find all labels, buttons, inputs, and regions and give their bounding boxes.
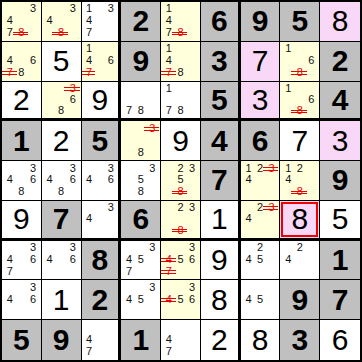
given-digit: 9 (132, 46, 149, 76)
candidate-2: 2 (254, 162, 266, 174)
candidate-7-eliminated: 7 (163, 266, 175, 278)
cell-r6c3[interactable]: 34 (82, 201, 122, 241)
cell-r8c9[interactable]: 7 (320, 280, 360, 320)
cell-r1c6[interactable]: 6 (201, 2, 241, 42)
cell-r2c7[interactable]: 7 (241, 42, 281, 82)
given-digit: 9 (332, 165, 349, 195)
given-digit: 4 (211, 126, 228, 156)
candidate-3: 3 (67, 3, 79, 15)
candidate-4: 4 (44, 15, 56, 27)
given-digit: 5 (291, 6, 308, 36)
candidate-8-eliminated: 8 (175, 224, 187, 235)
candidate-2: 2 (254, 242, 266, 254)
cell-r6c2[interactable]: 7 (42, 201, 82, 241)
cell-r5c8[interactable]: 1248 (280, 161, 320, 201)
candidate-4: 4 (84, 174, 95, 186)
candidate-1: 1 (243, 162, 255, 174)
candidate-3-eliminated: 3 (266, 202, 278, 213)
given-digit: 1 (332, 245, 349, 275)
candidate-3: 3 (147, 242, 159, 254)
candidate-3: 3 (105, 3, 116, 15)
given-digit: 5 (13, 325, 30, 355)
candidate-4-eliminated: 4 (163, 254, 175, 266)
candidate-8-eliminated: 8 (175, 186, 187, 198)
cell-r8c8[interactable]: 9 (280, 280, 320, 320)
candidate-4: 4 (163, 55, 175, 67)
candidate-3: 3 (105, 162, 116, 174)
candidate-8: 8 (135, 105, 147, 116)
candidate-4: 4 (243, 254, 255, 266)
candidate-1: 1 (163, 43, 175, 55)
cell-r5c3[interactable]: 346 (82, 161, 122, 201)
candidate-4: 4 (243, 293, 255, 305)
candidate-8: 8 (55, 105, 67, 116)
candidate-4-eliminated: 4 (163, 293, 175, 305)
candidate-7: 7 (163, 105, 175, 116)
solved-digit: 1 (53, 285, 70, 315)
given-digit: 9 (53, 325, 70, 355)
solved-digit: 1 (211, 204, 228, 234)
cell-r3c2[interactable]: 368 (42, 82, 82, 122)
candidate-4: 4 (4, 293, 16, 305)
candidate-8: 8 (16, 67, 28, 79)
cell-r4c9[interactable]: 3 (320, 121, 360, 161)
candidate-4: 4 (163, 15, 175, 27)
cell-r1c3[interactable]: 1347 (82, 2, 122, 42)
given-digit: 8 (92, 245, 109, 275)
cell-r3c6[interactable]: 5 (201, 82, 241, 122)
candidate-5: 5 (135, 174, 147, 186)
candidate-2: 2 (294, 162, 306, 174)
cell-r5c1[interactable]: 3468 (2, 161, 42, 201)
candidate-1: 1 (163, 3, 175, 15)
candidate-5: 5 (135, 254, 147, 266)
cell-r9c2[interactable]: 9 (42, 320, 82, 360)
candidate-5: 5 (175, 174, 187, 186)
given-digit: 4 (332, 85, 349, 115)
cell-r7c8[interactable]: 24 (280, 241, 320, 281)
candidate-7: 7 (163, 27, 175, 39)
candidate-6: 6 (105, 55, 116, 67)
cell-r3c4[interactable]: 78 (121, 82, 161, 122)
cell-r8c1[interactable]: 346 (2, 280, 42, 320)
candidate-6: 6 (27, 254, 39, 266)
candidate-4: 4 (282, 254, 294, 266)
solved-digit: 6 (332, 325, 349, 355)
candidate-2: 2 (294, 242, 306, 254)
solved-digit: 5 (332, 204, 349, 234)
given-digit: 1 (13, 126, 30, 156)
candidate-4: 4 (4, 55, 16, 67)
candidate-6: 6 (186, 254, 198, 266)
cell-r4c1[interactable]: 1 (2, 121, 42, 161)
cell-r8c5[interactable]: 3456 (161, 280, 201, 320)
cell-r6c9[interactable]: 5 (320, 201, 360, 241)
cell-r2c4[interactable]: 9 (121, 42, 161, 82)
candidate-3: 3 (186, 281, 198, 293)
cell-r4c3[interactable]: 5 (82, 121, 122, 161)
candidate-2: 2 (254, 202, 266, 213)
candidate-5: 5 (135, 293, 147, 305)
cell-r7c5[interactable]: 34567 (161, 241, 201, 281)
candidate-8-eliminated: 8 (16, 27, 28, 39)
candidate-6: 6 (105, 174, 116, 186)
solved-digit: 2 (211, 325, 228, 355)
cell-r7c3[interactable]: 8 (82, 241, 122, 281)
cell-r4c6[interactable]: 4 (201, 121, 241, 161)
cell-r1c2[interactable]: 348 (42, 2, 82, 42)
solved-digit: 9 (13, 204, 30, 234)
cell-r6c4[interactable]: 6 (121, 201, 161, 241)
candidate-4: 4 (84, 333, 95, 345)
candidate-1: 1 (84, 3, 95, 15)
solved-digit: 3 (252, 85, 269, 115)
cell-r4c5[interactable]: 9 (161, 121, 201, 161)
cell-r4c7[interactable]: 6 (241, 121, 281, 161)
cell-r4c8[interactable]: 7 (280, 121, 320, 161)
candidate-4: 4 (4, 254, 16, 266)
cell-r2c8[interactable]: 168 (280, 42, 320, 82)
candidate-5: 5 (175, 254, 187, 266)
candidate-4: 4 (123, 254, 135, 266)
cell-r4c4[interactable]: 38 (121, 121, 161, 161)
candidate-1: 1 (163, 83, 175, 94)
candidate-6: 6 (27, 55, 39, 67)
given-digit: 5 (211, 85, 228, 115)
solved-digit: 5 (53, 46, 70, 76)
cell-r6c7[interactable]: 234 (241, 201, 281, 241)
candidate-3: 3 (186, 202, 198, 213)
cell-r1c5[interactable]: 1478 (161, 2, 201, 42)
cell-r6c8[interactable]: 8 (280, 201, 320, 241)
cell-r7c9[interactable]: 1 (320, 241, 360, 281)
cell-r9c9[interactable]: 6 (320, 320, 360, 360)
cell-r1c1[interactable]: 3478 (2, 2, 42, 42)
candidate-8-eliminated: 8 (175, 27, 187, 39)
candidate-8: 8 (55, 186, 67, 198)
candidate-3: 3 (186, 242, 198, 254)
candidate-7: 7 (163, 346, 175, 358)
solved-digit: 8 (252, 325, 269, 355)
candidate-6: 6 (306, 55, 318, 67)
candidate-4: 4 (44, 174, 56, 186)
cell-r9c3[interactable]: 47 (82, 320, 122, 360)
candidate-3: 3 (27, 281, 39, 293)
candidate-8-eliminated: 8 (55, 27, 67, 39)
candidate-4: 4 (163, 333, 175, 345)
cell-r9c6[interactable]: 2 (201, 320, 241, 360)
given-digit: 7 (332, 285, 349, 315)
cell-r9c4[interactable]: 1 (121, 320, 161, 360)
candidate-3: 3 (186, 162, 198, 174)
cell-r5c7[interactable]: 1234 (241, 161, 281, 201)
candidate-4: 4 (282, 174, 294, 186)
candidate-7: 7 (4, 27, 16, 39)
candidate-4: 4 (84, 15, 95, 27)
given-digit: 3 (291, 325, 308, 355)
cell-r6c6[interactable]: 1 (201, 201, 241, 241)
cell-r1c4[interactable]: 2 (121, 2, 161, 42)
candidate-6: 6 (306, 94, 318, 105)
solved-digit: 7 (291, 126, 308, 156)
candidate-4: 4 (44, 254, 56, 266)
candidate-4: 4 (4, 15, 16, 27)
cell-r9c7[interactable]: 8 (241, 320, 281, 360)
given-digit: 1 (132, 325, 149, 355)
candidate-2: 2 (175, 162, 187, 174)
given-digit: 7 (53, 204, 70, 234)
candidate-3: 3 (27, 242, 39, 254)
given-digit: 2 (92, 285, 109, 315)
given-digit: 6 (252, 126, 269, 156)
cell-r3c9[interactable]: 4 (320, 82, 360, 122)
solved-digit: 8 (332, 6, 349, 36)
candidate-5: 5 (254, 254, 266, 266)
cell-r3c1[interactable]: 2 (2, 82, 42, 122)
cell-r2c2[interactable]: 5 (42, 42, 82, 82)
candidate-8: 8 (175, 67, 187, 79)
solved-digit: 8 (211, 285, 228, 315)
candidate-3-eliminated: 3 (67, 83, 79, 94)
candidate-3-eliminated: 3 (266, 162, 278, 174)
cell-r2c1[interactable]: 4678 (2, 42, 42, 82)
cell-r6c5[interactable]: 238 (161, 201, 201, 241)
cell-r9c8[interactable]: 3 (280, 320, 320, 360)
cell-r8c2[interactable]: 1 (42, 280, 82, 320)
cell-r8c6[interactable]: 8 (201, 280, 241, 320)
candidate-7: 7 (123, 266, 135, 278)
candidate-8-eliminated: 8 (294, 105, 306, 116)
given-digit: 3 (211, 46, 228, 76)
cell-r7c1[interactable]: 3467 (2, 241, 42, 281)
cell-r5c6[interactable]: 7 (201, 161, 241, 201)
candidate-4: 4 (84, 55, 95, 67)
candidate-7-eliminated: 7 (163, 67, 175, 79)
cell-r3c8[interactable]: 168 (280, 82, 320, 122)
given-digit: 2 (132, 6, 149, 36)
solved-digit: 3 (332, 126, 349, 156)
candidate-1: 1 (282, 83, 294, 94)
candidate-1: 1 (282, 162, 294, 174)
solved-digit: 8 (291, 204, 308, 234)
candidate-8: 8 (135, 186, 147, 198)
solved-digit: 9 (172, 126, 189, 156)
cell-r5c2[interactable]: 3468 (42, 161, 82, 201)
candidate-4: 4 (4, 174, 16, 186)
candidate-6: 6 (67, 174, 79, 186)
candidate-7-eliminated: 7 (84, 67, 95, 79)
solved-digit: 2 (53, 126, 70, 156)
candidate-6: 6 (186, 293, 198, 305)
cell-r7c6[interactable]: 9 (201, 241, 241, 281)
cell-r2c3[interactable]: 1467 (82, 42, 122, 82)
given-digit: 7 (211, 165, 228, 195)
candidate-6: 6 (67, 94, 79, 105)
candidate-5: 5 (254, 293, 266, 305)
cell-r2c9[interactable]: 2 (320, 42, 360, 82)
cell-r2c5[interactable]: 1478 (161, 42, 201, 82)
cell-r9c1[interactable]: 5 (2, 320, 42, 360)
candidate-3: 3 (105, 202, 116, 213)
candidate-3: 3 (67, 242, 79, 254)
solved-digit: 2 (13, 85, 30, 115)
given-digit: 9 (291, 285, 308, 315)
cell-r5c5[interactable]: 2358 (161, 161, 201, 201)
cell-r8c7[interactable]: 45 (241, 280, 281, 320)
cell-r3c5[interactable]: 178 (161, 82, 201, 122)
candidate-3: 3 (27, 3, 39, 15)
candidate-2: 2 (175, 202, 187, 213)
cell-r1c7[interactable]: 9 (241, 2, 281, 42)
given-digit: 2 (332, 46, 349, 76)
cell-r7c2[interactable]: 346 (42, 241, 82, 281)
cell-r4c2[interactable]: 2 (42, 121, 82, 161)
candidate-4: 4 (243, 174, 255, 186)
cell-r5c4[interactable]: 358 (121, 161, 161, 201)
candidate-8: 8 (135, 146, 147, 158)
candidate-8: 8 (175, 105, 187, 116)
given-digit: 6 (132, 204, 149, 234)
cell-r7c4[interactable]: 3457 (121, 241, 161, 281)
candidate-3-eliminated: 3 (147, 122, 159, 134)
candidate-1: 1 (282, 43, 294, 55)
given-digit: 5 (92, 126, 109, 156)
candidate-7-eliminated: 7 (4, 67, 16, 79)
candidate-7: 7 (123, 105, 135, 116)
candidate-8-eliminated: 8 (294, 67, 306, 79)
candidate-6: 6 (27, 174, 39, 186)
candidate-3: 3 (27, 162, 39, 174)
cell-r9c5[interactable]: 47 (161, 320, 201, 360)
cell-r1c8[interactable]: 5 (280, 2, 320, 42)
candidate-5: 5 (175, 293, 187, 305)
cell-r8c3[interactable]: 2 (82, 280, 122, 320)
given-digit: 6 (211, 6, 228, 36)
candidate-1: 1 (84, 43, 95, 55)
cell-r5c9[interactable]: 9 (320, 161, 360, 201)
candidate-3: 3 (67, 162, 79, 174)
cell-r6c1[interactable]: 9 (2, 201, 42, 241)
cell-r2c6[interactable]: 3 (201, 42, 241, 82)
cell-r1c9[interactable]: 8 (320, 2, 360, 42)
cell-r3c7[interactable]: 3 (241, 82, 281, 122)
candidate-7: 7 (84, 346, 95, 358)
sudoku-board: 3478348134721478695846785146791478371682… (0, 0, 362, 362)
candidate-4: 4 (243, 213, 255, 224)
candidate-7: 7 (84, 27, 95, 39)
candidate-8: 8 (16, 186, 28, 198)
solved-digit: 9 (92, 85, 109, 115)
candidate-6: 6 (67, 254, 79, 266)
candidate-7: 7 (4, 266, 16, 278)
cell-r7c7[interactable]: 245 (241, 241, 281, 281)
cell-r8c4[interactable]: 345 (121, 280, 161, 320)
solved-digit: 7 (252, 46, 269, 76)
cell-r3c3[interactable]: 9 (82, 82, 122, 122)
solved-digit: 9 (211, 245, 228, 275)
candidate-4: 4 (84, 213, 95, 224)
candidate-3: 3 (147, 162, 159, 174)
candidate-8-eliminated: 8 (294, 186, 306, 198)
given-digit: 9 (252, 6, 269, 36)
candidate-4: 4 (123, 293, 135, 305)
candidate-3: 3 (147, 281, 159, 293)
candidate-6: 6 (27, 293, 39, 305)
